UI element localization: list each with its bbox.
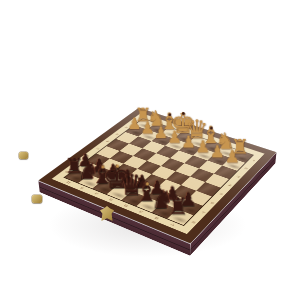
piece-light-pawn-a2: ♟ — [215, 134, 249, 166]
pieces-layer: ♜♞♝♚♛♝♞♜♟♟♟♟♟♟♟♟♟♟♟♟♟♟♟♟♜♞♝♚♛♝♞♜ — [38, 108, 276, 244]
scene-3d: HGFEDCBA1122334455667788 ♜♞♝♚♛♝♞♜♟♟♟♟♟♟♟… — [0, 0, 300, 300]
product-photo: HGFEDCBA1122334455667788 ♜♞♝♚♛♝♞♜♟♟♟♟♟♟♟… — [0, 0, 300, 300]
brass-hinge-left-upper — [19, 152, 28, 159]
brass-hinge-left-lower — [32, 195, 42, 203]
chess-board: HGFEDCBA1122334455667788 ♜♞♝♚♛♝♞♜♟♟♟♟♟♟♟… — [38, 108, 276, 244]
piece-dark-rook-a8: ♜ — [159, 184, 197, 220]
